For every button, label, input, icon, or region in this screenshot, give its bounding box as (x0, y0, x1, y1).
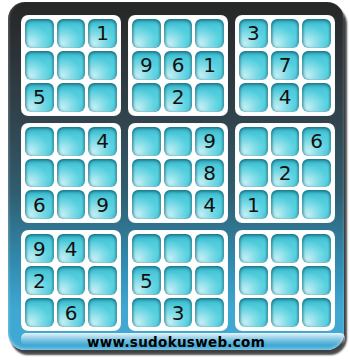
cell-r4c5[interactable] (164, 127, 193, 156)
box-6: 621 (235, 123, 335, 224)
cell-r5c2[interactable] (57, 159, 86, 188)
cell-r9c6[interactable] (195, 298, 224, 327)
cell-r1c9[interactable] (302, 19, 331, 48)
cell-r3c1[interactable]: 5 (25, 83, 54, 112)
cell-r3c4[interactable] (132, 83, 161, 112)
cell-r7c4[interactable] (132, 234, 161, 263)
cell-r7c5[interactable] (164, 234, 193, 263)
cell-r3c8[interactable]: 4 (271, 83, 300, 112)
sudoku-page: 159612374469984621942653 www.sudokusweb.… (0, 0, 350, 360)
cell-r3c5[interactable]: 2 (164, 83, 193, 112)
footer-link[interactable]: www.sudokusweb.com (8, 334, 344, 350)
cell-r3c2[interactable] (57, 83, 86, 112)
cell-r2c7[interactable] (239, 51, 268, 80)
box-4: 469 (21, 123, 121, 224)
cell-r9c5[interactable]: 3 (164, 298, 193, 327)
cell-r2c3[interactable] (88, 51, 117, 80)
box-1: 15 (21, 15, 121, 116)
cell-r2c9[interactable] (302, 51, 331, 80)
cell-r6c3[interactable]: 9 (88, 190, 117, 219)
cell-r4c1[interactable] (25, 127, 54, 156)
cell-r2c6[interactable]: 1 (195, 51, 224, 80)
cell-r9c7[interactable] (239, 298, 268, 327)
cell-r4c4[interactable] (132, 127, 161, 156)
cell-r5c1[interactable] (25, 159, 54, 188)
cell-r9c9[interactable] (302, 298, 331, 327)
cell-r1c8[interactable] (271, 19, 300, 48)
box-7: 9426 (21, 230, 121, 331)
cell-r8c4[interactable]: 5 (132, 266, 161, 295)
cell-r2c4[interactable]: 9 (132, 51, 161, 80)
box-2: 9612 (128, 15, 228, 116)
box-8: 53 (128, 230, 228, 331)
cell-r3c3[interactable] (88, 83, 117, 112)
cell-r8c7[interactable] (239, 266, 268, 295)
cell-r2c8[interactable]: 7 (271, 51, 300, 80)
cell-r7c7[interactable] (239, 234, 268, 263)
cell-r5c6[interactable]: 8 (195, 159, 224, 188)
cell-r8c3[interactable] (88, 266, 117, 295)
cell-r2c1[interactable] (25, 51, 54, 80)
cell-r9c2[interactable]: 6 (57, 298, 86, 327)
cell-r8c5[interactable] (164, 266, 193, 295)
cell-r6c7[interactable]: 1 (239, 190, 268, 219)
cell-r1c1[interactable] (25, 19, 54, 48)
box-3: 374 (235, 15, 335, 116)
cell-r3c9[interactable] (302, 83, 331, 112)
cell-r6c2[interactable] (57, 190, 86, 219)
cell-r7c3[interactable] (88, 234, 117, 263)
cell-r1c5[interactable] (164, 19, 193, 48)
cell-r6c6[interactable]: 4 (195, 190, 224, 219)
cell-r3c6[interactable] (195, 83, 224, 112)
cell-r6c4[interactable] (132, 190, 161, 219)
cell-r4c9[interactable]: 6 (302, 127, 331, 156)
cell-r5c5[interactable] (164, 159, 193, 188)
cell-r6c8[interactable] (271, 190, 300, 219)
cell-r4c7[interactable] (239, 127, 268, 156)
cell-r9c3[interactable] (88, 298, 117, 327)
cell-r8c6[interactable] (195, 266, 224, 295)
cell-r5c7[interactable] (239, 159, 268, 188)
cell-r7c1[interactable]: 9 (25, 234, 54, 263)
cell-r4c8[interactable] (271, 127, 300, 156)
cell-r3c7[interactable] (239, 83, 268, 112)
cell-r1c4[interactable] (132, 19, 161, 48)
cell-r8c9[interactable] (302, 266, 331, 295)
cell-r7c6[interactable] (195, 234, 224, 263)
cell-r2c2[interactable] (57, 51, 86, 80)
cell-r7c2[interactable]: 4 (57, 234, 86, 263)
cell-r5c4[interactable] (132, 159, 161, 188)
cell-r9c4[interactable] (132, 298, 161, 327)
cell-r8c2[interactable] (57, 266, 86, 295)
cell-r9c1[interactable] (25, 298, 54, 327)
cell-r1c3[interactable]: 1 (88, 19, 117, 48)
sudoku-board: 159612374469984621942653 (21, 15, 335, 331)
cell-r1c2[interactable] (57, 19, 86, 48)
cell-r1c6[interactable] (195, 19, 224, 48)
box-9 (235, 230, 335, 331)
cell-r6c5[interactable] (164, 190, 193, 219)
cell-r4c6[interactable]: 9 (195, 127, 224, 156)
cell-r5c3[interactable] (88, 159, 117, 188)
cell-r7c8[interactable] (271, 234, 300, 263)
cell-r5c8[interactable]: 2 (271, 159, 300, 188)
cell-r2c5[interactable]: 6 (164, 51, 193, 80)
cell-r6c9[interactable] (302, 190, 331, 219)
cell-r1c7[interactable]: 3 (239, 19, 268, 48)
cell-r5c9[interactable] (302, 159, 331, 188)
cell-r9c8[interactable] (271, 298, 300, 327)
cell-r7c9[interactable] (302, 234, 331, 263)
cell-r6c1[interactable]: 6 (25, 190, 54, 219)
cell-r4c2[interactable] (57, 127, 86, 156)
box-5: 984 (128, 123, 228, 224)
cell-r8c1[interactable]: 2 (25, 266, 54, 295)
cell-r8c8[interactable] (271, 266, 300, 295)
cell-r4c3[interactable]: 4 (88, 127, 117, 156)
